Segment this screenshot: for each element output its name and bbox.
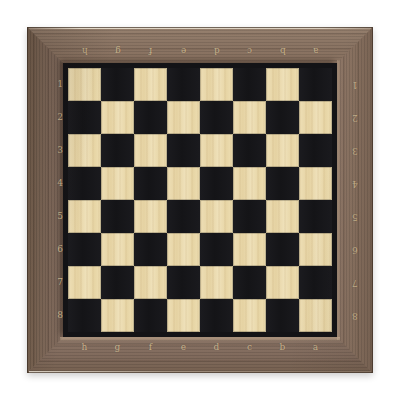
square-g1[interactable] bbox=[101, 68, 134, 101]
square-d4[interactable] bbox=[200, 167, 233, 200]
square-g3[interactable] bbox=[101, 134, 134, 167]
square-a2[interactable] bbox=[299, 101, 332, 134]
square-d6[interactable] bbox=[200, 233, 233, 266]
square-g8[interactable] bbox=[101, 299, 134, 332]
square-d8[interactable] bbox=[200, 299, 233, 332]
square-e4[interactable] bbox=[167, 167, 200, 200]
square-g7[interactable] bbox=[101, 266, 134, 299]
square-h5[interactable] bbox=[68, 200, 101, 233]
square-f1[interactable] bbox=[134, 68, 167, 101]
square-d1[interactable] bbox=[200, 68, 233, 101]
square-a3[interactable] bbox=[299, 134, 332, 167]
square-b2[interactable] bbox=[266, 101, 299, 134]
square-h8[interactable] bbox=[68, 299, 101, 332]
square-f7[interactable] bbox=[134, 266, 167, 299]
square-c1[interactable] bbox=[233, 68, 266, 101]
square-f6[interactable] bbox=[134, 233, 167, 266]
square-a7[interactable] bbox=[299, 266, 332, 299]
square-e8[interactable] bbox=[167, 299, 200, 332]
square-h3[interactable] bbox=[68, 134, 101, 167]
square-e1[interactable] bbox=[167, 68, 200, 101]
square-b6[interactable] bbox=[266, 233, 299, 266]
square-h6[interactable] bbox=[68, 233, 101, 266]
square-b8[interactable] bbox=[266, 299, 299, 332]
square-c6[interactable] bbox=[233, 233, 266, 266]
chess-board-frame: hhggffeeddccbbaa1122334455667788 bbox=[27, 27, 373, 373]
square-h7[interactable] bbox=[68, 266, 101, 299]
frame-bottom-rail bbox=[27, 337, 373, 373]
square-a6[interactable] bbox=[299, 233, 332, 266]
square-a4[interactable] bbox=[299, 167, 332, 200]
square-c3[interactable] bbox=[233, 134, 266, 167]
frame-right-rail bbox=[337, 27, 373, 373]
square-e6[interactable] bbox=[167, 233, 200, 266]
square-a8[interactable] bbox=[299, 299, 332, 332]
square-d2[interactable] bbox=[200, 101, 233, 134]
square-f4[interactable] bbox=[134, 167, 167, 200]
square-g2[interactable] bbox=[101, 101, 134, 134]
square-h4[interactable] bbox=[68, 167, 101, 200]
frame-top-rail bbox=[27, 27, 373, 63]
board-border bbox=[63, 63, 337, 337]
square-e7[interactable] bbox=[167, 266, 200, 299]
square-e3[interactable] bbox=[167, 134, 200, 167]
square-h1[interactable] bbox=[68, 68, 101, 101]
square-f5[interactable] bbox=[134, 200, 167, 233]
square-c7[interactable] bbox=[233, 266, 266, 299]
square-d3[interactable] bbox=[200, 134, 233, 167]
square-f3[interactable] bbox=[134, 134, 167, 167]
square-b3[interactable] bbox=[266, 134, 299, 167]
square-a1[interactable] bbox=[299, 68, 332, 101]
square-c4[interactable] bbox=[233, 167, 266, 200]
square-g4[interactable] bbox=[101, 167, 134, 200]
square-e2[interactable] bbox=[167, 101, 200, 134]
square-e5[interactable] bbox=[167, 200, 200, 233]
square-c5[interactable] bbox=[233, 200, 266, 233]
square-b5[interactable] bbox=[266, 200, 299, 233]
square-h2[interactable] bbox=[68, 101, 101, 134]
square-b7[interactable] bbox=[266, 266, 299, 299]
square-b1[interactable] bbox=[266, 68, 299, 101]
frame-left-rail bbox=[27, 27, 63, 373]
square-a5[interactable] bbox=[299, 200, 332, 233]
square-c8[interactable] bbox=[233, 299, 266, 332]
square-d7[interactable] bbox=[200, 266, 233, 299]
square-f2[interactable] bbox=[134, 101, 167, 134]
square-d5[interactable] bbox=[200, 200, 233, 233]
chess-board bbox=[68, 68, 332, 332]
square-g6[interactable] bbox=[101, 233, 134, 266]
square-c2[interactable] bbox=[233, 101, 266, 134]
square-g5[interactable] bbox=[101, 200, 134, 233]
square-f8[interactable] bbox=[134, 299, 167, 332]
square-b4[interactable] bbox=[266, 167, 299, 200]
